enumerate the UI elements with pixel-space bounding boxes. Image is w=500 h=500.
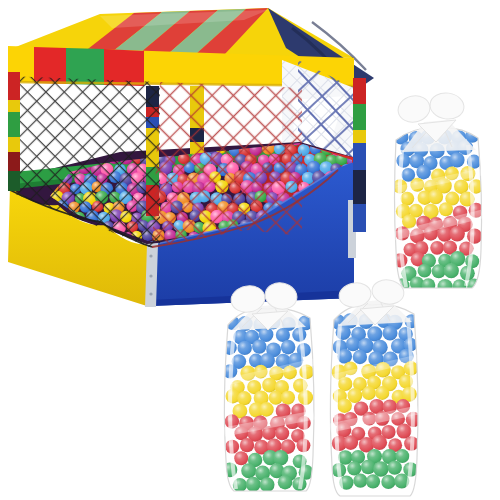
left-post-segment — [8, 137, 20, 152]
hinge-screw — [149, 254, 152, 257]
right-post-segment — [353, 130, 366, 143]
left-post-segment — [8, 72, 20, 100]
right-corner-post — [353, 78, 366, 232]
hinge-screw — [149, 292, 152, 295]
left-post-segment — [8, 112, 20, 137]
right-post-segment — [353, 143, 366, 170]
right-post-segment — [353, 204, 366, 232]
right-post-segment — [353, 170, 366, 204]
left-corner-post — [8, 72, 20, 191]
ball-pit-product-image — [0, 0, 500, 500]
right-post-segment — [353, 78, 366, 104]
bag-plastic — [330, 304, 418, 496]
left-post-segment — [8, 171, 20, 191]
left-post-segment — [8, 152, 20, 171]
right-post-segment — [353, 104, 366, 130]
front-net-red — [152, 82, 302, 248]
left-post-segment — [8, 100, 20, 112]
product-photo — [0, 0, 500, 500]
hinge-screw — [149, 274, 152, 277]
